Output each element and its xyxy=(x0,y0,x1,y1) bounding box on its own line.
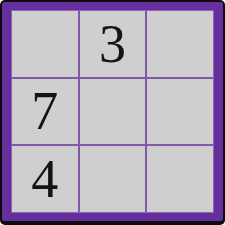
puzzle-board: 3 7 4 xyxy=(11,10,214,213)
cell-r3c3[interactable] xyxy=(147,146,213,212)
cell-r1c1[interactable] xyxy=(12,11,78,77)
cell-r2c1[interactable]: 7 xyxy=(12,79,78,145)
cell-r3c2[interactable] xyxy=(80,146,146,212)
cell-r2c3[interactable] xyxy=(147,79,213,145)
cell-r1c2[interactable]: 3 xyxy=(80,11,146,77)
cell-r1c3[interactable] xyxy=(147,11,213,77)
cell-r2c2[interactable] xyxy=(80,79,146,145)
puzzle-image: 3 7 4 xyxy=(0,0,225,225)
cell-r3c1[interactable]: 4 xyxy=(12,146,78,212)
board-frame: 3 7 4 xyxy=(2,2,223,221)
